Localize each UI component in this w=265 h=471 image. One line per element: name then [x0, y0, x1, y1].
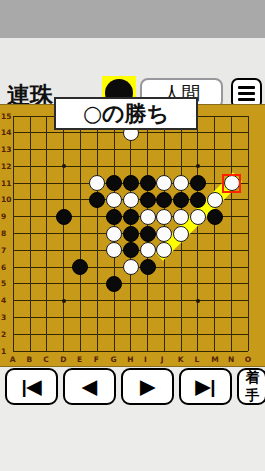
column-label: L — [194, 355, 199, 364]
black-stone — [106, 276, 122, 292]
last-move-button[interactable]: ▶| — [179, 368, 232, 405]
row-label: 5 — [1, 279, 6, 288]
column-label: N — [228, 355, 234, 364]
black-stone — [140, 192, 156, 208]
column-label: E — [77, 355, 82, 364]
black-stone — [123, 175, 139, 191]
play-button[interactable]: 着手 — [237, 368, 265, 405]
column-label: K — [178, 355, 184, 364]
white-stone — [156, 209, 172, 225]
star-point — [62, 164, 66, 168]
row-label: 1 — [1, 347, 6, 356]
last-move-marker — [222, 174, 241, 193]
white-stone — [140, 209, 156, 225]
column-label: B — [27, 355, 33, 364]
row-label: 10 — [1, 195, 11, 204]
hamburger-icon — [238, 86, 255, 89]
star-point — [196, 164, 200, 168]
row-label: 6 — [1, 263, 6, 272]
grid-line-h — [13, 351, 248, 352]
row-label: 7 — [1, 246, 6, 255]
grid-line-h — [13, 317, 248, 318]
row-label: 8 — [1, 229, 6, 238]
black-stone — [123, 209, 139, 225]
column-label: J — [161, 355, 164, 364]
row-label: 3 — [1, 313, 6, 322]
step-forward-icon: ▶ — [140, 375, 155, 398]
black-stone — [123, 226, 139, 242]
black-stone — [140, 259, 156, 275]
grid-line-v — [214, 116, 215, 351]
column-label: F — [94, 355, 99, 364]
grid-line-v — [197, 116, 198, 351]
column-label: M — [211, 355, 218, 364]
grid-line-v — [231, 116, 232, 351]
first-move-button[interactable]: |◀ — [5, 368, 58, 405]
column-label: C — [43, 355, 49, 364]
white-stone — [156, 242, 172, 258]
white-stone — [106, 242, 122, 258]
result-banner: ○の勝ち — [54, 97, 198, 130]
black-stone — [156, 192, 172, 208]
black-stone — [123, 242, 139, 258]
step-back-icon: ◀ — [82, 375, 97, 398]
column-label: G — [111, 355, 117, 364]
status-bar — [0, 0, 265, 38]
white-stone — [173, 209, 189, 225]
row-label: 2 — [1, 330, 6, 339]
next-move-button[interactable]: ▶ — [121, 368, 174, 405]
skip-to-start-icon: |◀ — [22, 375, 42, 398]
white-stone — [156, 175, 172, 191]
column-label: O — [245, 355, 251, 364]
column-label: I — [144, 355, 147, 364]
grid-line-h — [13, 300, 248, 301]
column-label: H — [127, 355, 133, 364]
row-label: 13 — [1, 145, 11, 154]
white-stone — [106, 226, 122, 242]
white-stone — [207, 192, 223, 208]
row-label: 9 — [1, 212, 6, 221]
board[interactable]: 151413121110987654321ABCDEFGHIJKLMNO — [0, 104, 265, 367]
column-label: D — [60, 355, 66, 364]
white-stone — [173, 175, 189, 191]
grid-line-h — [13, 334, 248, 335]
white-stone — [123, 259, 139, 275]
white-stone — [123, 192, 139, 208]
black-stone — [190, 192, 206, 208]
black-stone — [140, 226, 156, 242]
black-stone — [173, 192, 189, 208]
white-stone — [156, 226, 172, 242]
row-label: 4 — [1, 296, 6, 305]
header: 連珠 人間 15路盤 人間 38手 — [0, 38, 265, 104]
skip-to-end-icon: ▶| — [196, 375, 216, 398]
grid-line-v — [248, 116, 249, 351]
black-stone — [89, 192, 105, 208]
row-label: 12 — [1, 162, 11, 171]
white-stone — [173, 226, 189, 242]
black-stone — [56, 209, 72, 225]
white-stone — [190, 209, 206, 225]
white-stone — [140, 242, 156, 258]
black-stone — [106, 175, 122, 191]
prev-move-button[interactable]: ◀ — [63, 368, 116, 405]
row-label: 15 — [1, 112, 11, 121]
white-stone — [89, 175, 105, 191]
column-label: A — [10, 355, 16, 364]
row-label: 14 — [1, 128, 11, 137]
black-stone — [72, 259, 88, 275]
star-point — [196, 299, 200, 303]
row-label: 11 — [1, 179, 11, 188]
black-stone — [190, 175, 206, 191]
black-stone — [106, 209, 122, 225]
black-stone — [140, 175, 156, 191]
star-point — [62, 299, 66, 303]
black-stone — [207, 209, 223, 225]
white-stone — [106, 192, 122, 208]
grid-line-h — [13, 283, 248, 284]
